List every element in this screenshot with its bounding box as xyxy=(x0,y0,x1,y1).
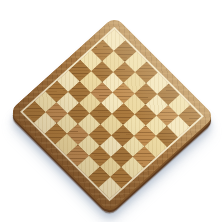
chess-board xyxy=(9,16,215,212)
chessboard-photo xyxy=(0,0,222,222)
board-squares xyxy=(20,27,204,202)
